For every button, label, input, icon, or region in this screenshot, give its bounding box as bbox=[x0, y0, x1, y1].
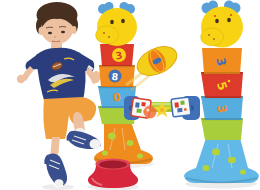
card-mini-picture bbox=[174, 102, 179, 107]
card-mini-picture bbox=[135, 102, 140, 108]
right-cone-dot bbox=[212, 149, 220, 156]
right-cup-rim-3 bbox=[201, 96, 243, 98]
scene-canvas: 3 8 0 bbox=[0, 0, 260, 190]
right-giraffe-brow-dot bbox=[230, 14, 232, 16]
left-giraffe-eye bbox=[121, 19, 125, 24]
right-cup-2-star-dot bbox=[228, 80, 231, 83]
right-cone-dot bbox=[228, 157, 236, 163]
boy-eyebrow-right bbox=[59, 27, 66, 28]
crossbar-bead-highlight bbox=[147, 109, 150, 112]
boy-eye-right bbox=[61, 31, 65, 34]
boy-shoe-kicking-toecap bbox=[90, 139, 101, 149]
left-giraffe-eye bbox=[110, 20, 114, 25]
left-cup-rim-3 bbox=[98, 86, 136, 88]
left-cone-dot bbox=[108, 133, 116, 140]
boy-fist-left bbox=[17, 75, 25, 83]
right-cone-dot bbox=[203, 165, 210, 171]
right-cup-rim-4 bbox=[201, 118, 243, 120]
boy-shoe-standing-toecap bbox=[55, 179, 64, 187]
left-giraffe-head bbox=[96, 2, 138, 46]
left-cone-dot bbox=[127, 140, 134, 146]
right-giraffe-nostril bbox=[208, 34, 210, 36]
boy-nose bbox=[54, 36, 56, 38]
right-giraffe-muzzle bbox=[201, 28, 224, 46]
left-cone-dot bbox=[137, 153, 143, 158]
right-cone-dot bbox=[240, 169, 246, 174]
left-giraffe-nostril bbox=[108, 36, 110, 38]
tee-bowl-inner bbox=[99, 161, 127, 169]
card-mini-picture bbox=[136, 108, 142, 113]
card-mini-picture bbox=[177, 108, 182, 113]
crossbar-card-right-face bbox=[171, 97, 191, 117]
right-cup-rim-2 bbox=[201, 72, 243, 74]
right-cup-4-green bbox=[201, 118, 243, 140]
left-giraffe-nostril bbox=[103, 32, 105, 34]
crossbar-star-center bbox=[160, 108, 164, 112]
card-mini-picture bbox=[180, 101, 184, 105]
left-giraffe-muzzle bbox=[96, 26, 119, 44]
product-photo: 3 8 0 bbox=[0, 0, 260, 190]
left-cone-dot bbox=[102, 150, 108, 155]
right-giraffe-head bbox=[201, 1, 244, 48]
card-mini-picture bbox=[141, 102, 146, 107]
right-giraffe-eye bbox=[227, 18, 231, 23]
left-cup-rim-2 bbox=[99, 65, 135, 67]
right-giraffe-brow-dot bbox=[214, 15, 216, 17]
right-giraffe-eye bbox=[215, 19, 219, 24]
boy-eye-left bbox=[48, 32, 52, 35]
crossbar-card-right bbox=[171, 97, 191, 117]
right-giraffe-nostril bbox=[213, 38, 215, 40]
